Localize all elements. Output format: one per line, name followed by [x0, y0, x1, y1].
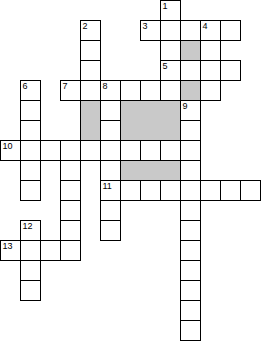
- crossword-cell[interactable]: [140, 140, 161, 161]
- crossword-cell[interactable]: [40, 140, 61, 161]
- crossword-cell[interactable]: [80, 60, 101, 81]
- crossword-cell[interactable]: [80, 80, 101, 101]
- crossword-cell[interactable]: [20, 140, 41, 161]
- blocked-region: [180, 80, 201, 101]
- clue-number-4: 4: [203, 21, 208, 31]
- crossword-cell[interactable]: [220, 180, 241, 201]
- crossword-cell[interactable]: [20, 180, 41, 201]
- crossword-cell[interactable]: 9: [180, 100, 201, 121]
- crossword-cell[interactable]: 4: [200, 20, 221, 41]
- crossword-cell[interactable]: [100, 160, 121, 181]
- clue-number-10: 10: [3, 141, 13, 151]
- crossword-cell[interactable]: [180, 20, 201, 41]
- crossword-cell[interactable]: [20, 240, 41, 261]
- crossword-cell[interactable]: 8: [100, 80, 121, 101]
- crossword-cell[interactable]: [160, 80, 181, 101]
- crossword-cell[interactable]: [180, 320, 201, 341]
- crossword-cell[interactable]: [160, 180, 181, 201]
- clue-number-8: 8: [103, 81, 108, 91]
- crossword-cell[interactable]: 5: [160, 60, 181, 81]
- crossword-cell[interactable]: [180, 260, 201, 281]
- crossword-cell[interactable]: [80, 140, 101, 161]
- crossword-cell[interactable]: [120, 80, 141, 101]
- crossword-cell[interactable]: [20, 120, 41, 141]
- crossword-cell[interactable]: [200, 80, 221, 101]
- crossword-cell[interactable]: [180, 140, 201, 161]
- clue-number-6: 6: [23, 81, 28, 91]
- crossword-cell[interactable]: [180, 160, 201, 181]
- crossword-cell[interactable]: [180, 300, 201, 321]
- crossword-cell[interactable]: [140, 80, 161, 101]
- crossword-cell[interactable]: [180, 60, 201, 81]
- crossword-cell[interactable]: [100, 100, 121, 121]
- clue-number-11: 11: [103, 181, 112, 191]
- crossword-cell[interactable]: [100, 120, 121, 141]
- crossword-cell[interactable]: [20, 260, 41, 281]
- crossword-cell[interactable]: [180, 180, 201, 201]
- clue-number-13: 13: [3, 241, 13, 251]
- clue-number-7: 7: [63, 81, 68, 91]
- crossword-cell[interactable]: [80, 40, 101, 61]
- crossword-cell[interactable]: 10: [0, 140, 21, 161]
- crossword-cell[interactable]: [200, 180, 221, 201]
- crossword-cell[interactable]: 11: [100, 180, 121, 201]
- clue-number-9: 9: [183, 101, 188, 111]
- crossword-cell[interactable]: [60, 200, 81, 221]
- crossword-cell[interactable]: [120, 180, 141, 201]
- crossword-cell[interactable]: 12: [20, 220, 41, 241]
- crossword-cell[interactable]: 1: [160, 0, 181, 21]
- crossword-cell[interactable]: 6: [20, 80, 41, 101]
- crossword-cell[interactable]: [20, 280, 41, 301]
- crossword-cell[interactable]: [60, 160, 81, 181]
- crossword-cell[interactable]: [160, 20, 181, 41]
- crossword-cell[interactable]: [220, 20, 241, 41]
- crossword-cell[interactable]: [100, 220, 121, 241]
- crossword-cell[interactable]: [160, 140, 181, 161]
- blocked-region: [120, 100, 181, 141]
- crossword-cell[interactable]: [20, 160, 41, 181]
- crossword-cell[interactable]: [180, 280, 201, 301]
- blocked-region: [180, 40, 201, 61]
- blocked-region: [120, 160, 181, 181]
- crossword-cell[interactable]: [60, 220, 81, 241]
- clue-number-12: 12: [23, 221, 33, 231]
- crossword-cell[interactable]: 2: [80, 20, 101, 41]
- crossword-cell[interactable]: 7: [60, 80, 81, 101]
- crossword-cell[interactable]: [200, 40, 221, 61]
- crossword-cell[interactable]: [220, 60, 241, 81]
- clue-number-1: 1: [163, 1, 168, 11]
- crossword-cell[interactable]: [180, 220, 201, 241]
- crossword-cell[interactable]: [140, 180, 161, 201]
- clue-number-2: 2: [83, 21, 88, 31]
- crossword-board: 12345678910111213: [0, 0, 261, 341]
- crossword-cell[interactable]: [60, 180, 81, 201]
- clue-number-5: 5: [163, 61, 168, 71]
- crossword-cell[interactable]: [100, 140, 121, 161]
- crossword-cell[interactable]: [180, 240, 201, 261]
- crossword-cell[interactable]: [120, 140, 141, 161]
- clue-number-3: 3: [143, 21, 148, 31]
- crossword-cell[interactable]: [180, 120, 201, 141]
- crossword-cell[interactable]: [100, 200, 121, 221]
- crossword-cell[interactable]: [160, 40, 181, 61]
- crossword-cell[interactable]: [60, 140, 81, 161]
- crossword-cell[interactable]: 3: [140, 20, 161, 41]
- crossword-cell[interactable]: [180, 200, 201, 221]
- crossword-cell[interactable]: [240, 180, 261, 201]
- blocked-region: [80, 100, 101, 141]
- crossword-cell[interactable]: 13: [0, 240, 21, 261]
- crossword-cell[interactable]: [60, 240, 81, 261]
- crossword-cell[interactable]: [40, 240, 61, 261]
- crossword-cell[interactable]: [20, 100, 41, 121]
- crossword-cell[interactable]: [200, 60, 221, 81]
